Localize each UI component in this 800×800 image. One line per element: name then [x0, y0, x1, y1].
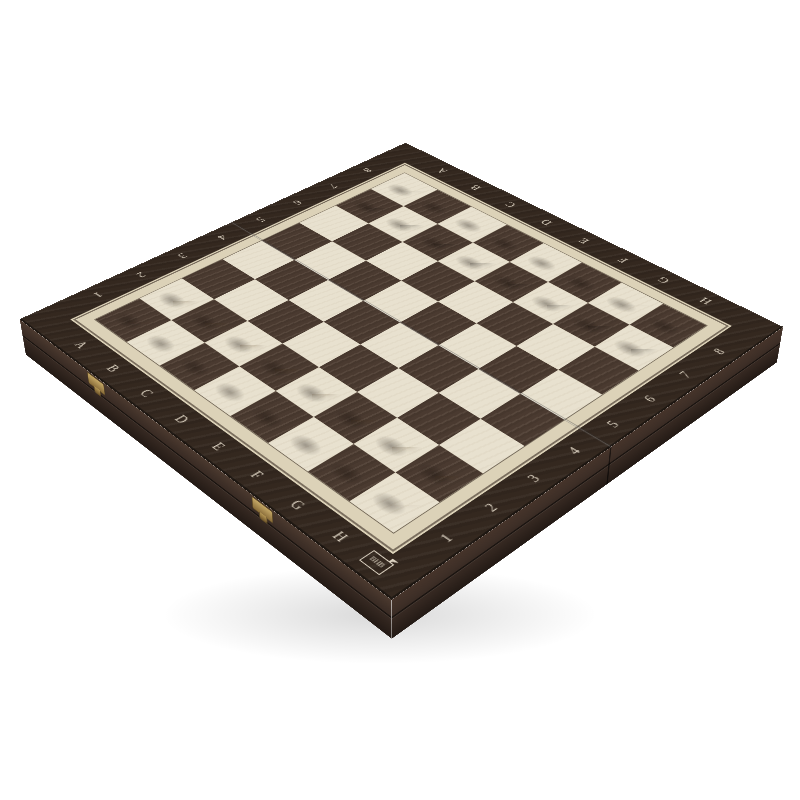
coord-file-h-near: H	[328, 529, 351, 545]
piece-white-rook[interactable]: ♜	[349, 419, 431, 511]
coord-rank-4-right: 4	[565, 445, 584, 457]
coord-file-f-near: F	[246, 469, 266, 482]
scene: ♜♞♝♛♚♝♞♜♟♟♟♟♟♟♟♟♟♟♟♟♟♟♟♟♜♞♝♛♚♝♞♜ AABBCCD…	[0, 0, 800, 800]
coord-rank-6-left: 6	[290, 199, 304, 206]
coord-rank-6-right: 6	[641, 394, 660, 405]
coord-rank-4-left: 4	[214, 233, 229, 241]
coord-file-e-near: E	[208, 441, 228, 454]
board-frame: ♜♞♝♛♚♝♞♜♟♟♟♟♟♟♟♟♟♟♟♟♟♟♟♟♜♞♝♛♚♝♞♜ AABBCCD…	[20, 143, 784, 600]
coord-rank-3-right: 3	[525, 472, 545, 485]
coord-file-b-near: B	[103, 363, 123, 374]
coord-file-c-near: C	[136, 388, 156, 400]
coord-rank-5-left: 5	[253, 216, 267, 224]
coord-rank-8-right: 8	[711, 347, 729, 357]
coord-rank-7-left: 7	[325, 182, 339, 189]
brand-stamp-text: BHB	[367, 555, 386, 569]
coord-rank-2-right: 2	[482, 501, 502, 514]
chessboard: ♜♞♝♛♚♝♞♜♟♟♟♟♟♟♟♟♟♟♟♟♟♟♟♟♜♞♝♛♚♝♞♜ AABBCCD…	[20, 143, 784, 600]
coord-file-a-near: A	[70, 340, 90, 351]
coord-rank-1-right: 1	[437, 531, 457, 545]
piece-black-pawn[interactable]: ♟	[603, 293, 658, 355]
coord-file-g-near: G	[286, 498, 308, 513]
coord-rank-7-right: 7	[677, 370, 695, 381]
coord-file-d-near: D	[170, 413, 191, 426]
perspective-wrapper: ♜♞♝♛♚♝♞♜♟♟♟♟♟♟♟♟♟♟♟♟♟♟♟♟♜♞♝♛♚♝♞♜ AABBCCD…	[0, 0, 800, 800]
coord-rank-5-right: 5	[604, 419, 623, 431]
